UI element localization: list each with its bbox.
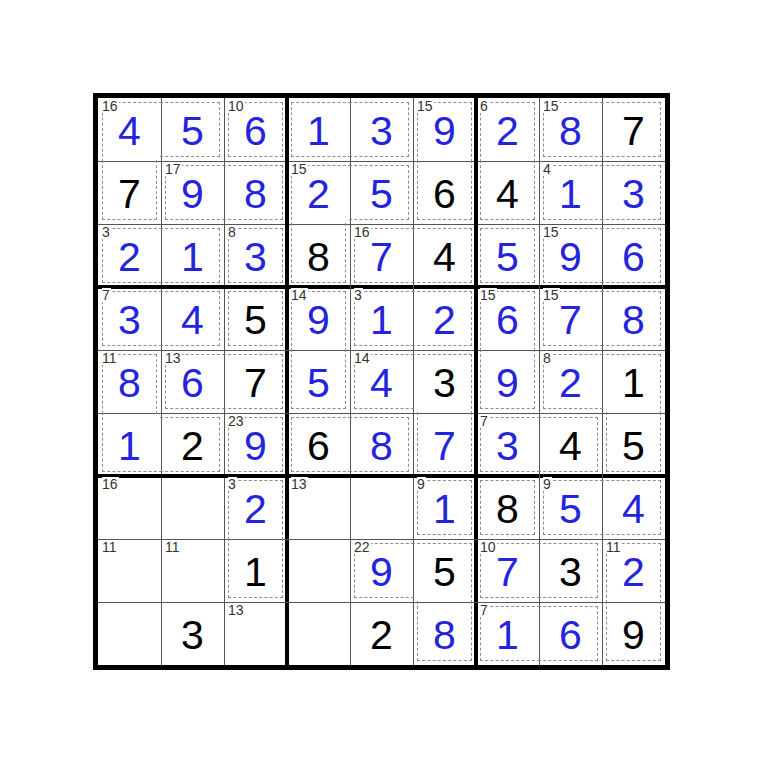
digit-entry: 8 <box>602 287 665 350</box>
digit-entry: 6 <box>602 224 665 287</box>
cell-r6c8[interactable]: 4 <box>539 413 602 476</box>
digit-entry: 8 <box>350 413 413 476</box>
cell-r4c3[interactable]: 5 <box>224 287 287 350</box>
cell-r4c4[interactable]: 914 <box>287 287 350 350</box>
digit-given: 1 <box>224 539 287 602</box>
cage-sum-label: 14 <box>354 351 371 365</box>
digit-given: 4 <box>413 224 476 287</box>
cage-sum-label: 17 <box>165 162 182 176</box>
cell-r7c7[interactable]: 8 <box>476 476 539 539</box>
cell-r8c7[interactable]: 710 <box>476 539 539 602</box>
cage-sum-label: 23 <box>228 414 245 428</box>
cell-r9c3[interactable]: 13 <box>224 602 287 665</box>
cell-r6c1[interactable]: 1 <box>98 413 161 476</box>
cell-r4c7[interactable]: 615 <box>476 287 539 350</box>
digit-given: 7 <box>98 161 161 224</box>
cell-r2c4[interactable]: 215 <box>287 161 350 224</box>
cage-sum-label: 15 <box>543 99 560 113</box>
cell-r9c8[interactable]: 6 <box>539 602 602 665</box>
cell-r3c1[interactable]: 23 <box>98 224 161 287</box>
digit-entry: 2 <box>413 287 476 350</box>
cage-sum-label: 14 <box>291 288 308 302</box>
cage-sum-label: 13 <box>291 477 308 491</box>
cell-r6c7[interactable]: 37 <box>476 413 539 476</box>
cage-sum-label: 16 <box>354 225 371 239</box>
cell-r5c4[interactable]: 5 <box>287 350 350 413</box>
cell-r4c5[interactable]: 13 <box>350 287 413 350</box>
cell-r6c3[interactable]: 923 <box>224 413 287 476</box>
cage-sum-label: 15 <box>417 99 434 113</box>
cage-sum-label: 9 <box>417 477 426 491</box>
digit-given: 4 <box>539 413 602 476</box>
cage-sum-label: 11 <box>102 540 118 554</box>
cell-r9c1[interactable] <box>98 602 161 665</box>
digit-given: 5 <box>413 539 476 602</box>
cage-sum-label: 10 <box>480 540 497 554</box>
cell-r8c4[interactable] <box>287 539 350 602</box>
digit-given: 3 <box>539 539 602 602</box>
cell-r8c3[interactable]: 1 <box>224 539 287 602</box>
cell-r8c9[interactable]: 211 <box>602 539 665 602</box>
cage-sum-label: 11 <box>102 351 118 365</box>
cell-r3c8[interactable]: 915 <box>539 224 602 287</box>
cell-r7c6[interactable]: 19 <box>413 476 476 539</box>
cell-r5c8[interactable]: 28 <box>539 350 602 413</box>
cage-sum-label: 15 <box>480 288 497 302</box>
cell-r5c7[interactable]: 9 <box>476 350 539 413</box>
cell-r5c9[interactable]: 1 <box>602 350 665 413</box>
cell-r3c3[interactable]: 38 <box>224 224 287 287</box>
cell-r2c1[interactable]: 7 <box>98 161 161 224</box>
digit-entry: 3 <box>602 161 665 224</box>
digit-entry: 5 <box>287 350 350 413</box>
cage-sum-label: 11 <box>606 540 622 554</box>
cell-r4c6[interactable]: 2 <box>413 287 476 350</box>
digit-entry: 4 <box>602 476 665 539</box>
cage-sum-label: 16 <box>102 99 119 113</box>
cell-r7c2[interactable] <box>161 476 224 539</box>
cell-r6c2[interactable]: 2 <box>161 413 224 476</box>
cage-sum-label: 6 <box>480 99 489 113</box>
digit-entry: 9 <box>476 350 539 413</box>
cell-r8c6[interactable]: 5 <box>413 539 476 602</box>
cell-r2c3[interactable]: 8 <box>224 161 287 224</box>
digit-given: 7 <box>224 350 287 413</box>
cell-r9c9[interactable]: 9 <box>602 602 665 665</box>
cell-r7c1[interactable]: 16 <box>98 476 161 539</box>
digit-given: 4 <box>476 161 539 224</box>
digit-given: 1 <box>602 350 665 413</box>
digit-entry: 1 <box>161 224 224 287</box>
digit-given: 6 <box>287 413 350 476</box>
cell-r9c5[interactable]: 2 <box>350 602 413 665</box>
cell-r3c5[interactable]: 716 <box>350 224 413 287</box>
cell-r2c7[interactable]: 4 <box>476 161 539 224</box>
cell-r8c1[interactable]: 11 <box>98 539 161 602</box>
cell-r4c2[interactable]: 4 <box>161 287 224 350</box>
digit-entry: 3 <box>350 98 413 161</box>
cage-sum-label: 13 <box>228 603 245 617</box>
cell-r6c6[interactable]: 7 <box>413 413 476 476</box>
cell-r1c6[interactable]: 915 <box>413 98 476 161</box>
cage-sum-label: 7 <box>102 288 111 302</box>
cell-r1c1[interactable]: 416 <box>98 98 161 161</box>
page: { "game": "killer-sudoku", "board": { "r… <box>0 0 760 760</box>
cage-sum-label: 15 <box>291 162 308 176</box>
digit-given: 9 <box>602 602 665 665</box>
digit-entry: 6 <box>539 602 602 665</box>
cell-r5c2[interactable]: 613 <box>161 350 224 413</box>
digit-entry: 1 <box>287 98 350 161</box>
cell-r3c2[interactable]: 1 <box>161 224 224 287</box>
digit-given: 2 <box>161 413 224 476</box>
digit-given: 2 <box>350 602 413 665</box>
digit-given: 6 <box>413 161 476 224</box>
cell-r7c9[interactable]: 4 <box>602 476 665 539</box>
cell-r1c7[interactable]: 26 <box>476 98 539 161</box>
cage-sum-label: 9 <box>543 477 552 491</box>
cell-r9c7[interactable]: 17 <box>476 602 539 665</box>
cell-r6c5[interactable]: 8 <box>350 413 413 476</box>
cell-r1c9[interactable]: 7 <box>602 98 665 161</box>
cell-r9c6[interactable]: 8 <box>413 602 476 665</box>
cage-sum-label: 10 <box>228 99 245 113</box>
cell-r2c2[interactable]: 917 <box>161 161 224 224</box>
cell-r1c5[interactable]: 3 <box>350 98 413 161</box>
digit-entry: 5 <box>350 161 413 224</box>
cell-r9c4[interactable] <box>287 602 350 665</box>
cell-r4c1[interactable]: 37 <box>98 287 161 350</box>
cell-r8c5[interactable]: 922 <box>350 539 413 602</box>
cage-sum-label: 13 <box>165 351 182 365</box>
cell-r6c4[interactable]: 6 <box>287 413 350 476</box>
cell-r7c8[interactable]: 59 <box>539 476 602 539</box>
cage-sum-label: 15 <box>543 225 560 239</box>
cell-r1c2[interactable]: 5 <box>161 98 224 161</box>
digit-given: 8 <box>476 476 539 539</box>
cell-r9c2[interactable]: 3 <box>161 602 224 665</box>
cage-sum-label: 3 <box>102 225 111 239</box>
digit-given: 3 <box>413 350 476 413</box>
digit-given: 3 <box>161 602 224 665</box>
cage-sum-label: 7 <box>480 603 489 617</box>
digit-given: 8 <box>287 224 350 287</box>
cage-sum-label: 3 <box>228 477 237 491</box>
cell-r7c5[interactable] <box>350 476 413 539</box>
digit-entry: 5 <box>476 224 539 287</box>
digit-entry: 4 <box>161 287 224 350</box>
cage-sum-label: 8 <box>543 351 552 365</box>
cell-r5c5[interactable]: 414 <box>350 350 413 413</box>
cell-r2c5[interactable]: 5 <box>350 161 413 224</box>
cell-r5c1[interactable]: 811 <box>98 350 161 413</box>
cell-r5c3[interactable]: 7 <box>224 350 287 413</box>
cell-r3c4[interactable]: 8 <box>287 224 350 287</box>
cell-r1c3[interactable]: 610 <box>224 98 287 161</box>
cell-r2c9[interactable]: 3 <box>602 161 665 224</box>
cage-sum-label: 7 <box>480 414 489 428</box>
cell-r8c2[interactable]: 11 <box>161 539 224 602</box>
digit-given: 7 <box>602 98 665 161</box>
cell-r3c9[interactable]: 6 <box>602 224 665 287</box>
cage-sum-label: 8 <box>228 225 237 239</box>
cage-sum-label: 16 <box>102 477 119 491</box>
cell-r3c6[interactable]: 4 <box>413 224 476 287</box>
cell-r7c4[interactable]: 13 <box>287 476 350 539</box>
cell-r2c8[interactable]: 14 <box>539 161 602 224</box>
digit-entry: 8 <box>224 161 287 224</box>
cell-r4c9[interactable]: 8 <box>602 287 665 350</box>
digit-entry: 7 <box>413 413 476 476</box>
cell-r6c9[interactable]: 5 <box>602 413 665 476</box>
cell-r5c6[interactable]: 3 <box>413 350 476 413</box>
cell-r8c8[interactable]: 3 <box>539 539 602 602</box>
cage-sum-label: 22 <box>354 540 371 554</box>
cage-sum-label: 15 <box>543 288 560 302</box>
cage-sum-label: 4 <box>543 162 552 176</box>
cell-r7c3[interactable]: 23 <box>224 476 287 539</box>
cell-r1c8[interactable]: 815 <box>539 98 602 161</box>
digit-entry: 8 <box>413 602 476 665</box>
digit-given: 5 <box>224 287 287 350</box>
killer-sudoku-board: 4165610139152681577917821556414323138871… <box>93 93 670 670</box>
cell-r4c8[interactable]: 715 <box>539 287 602 350</box>
cell-r3c7[interactable]: 5 <box>476 224 539 287</box>
cell-r1c4[interactable]: 1 <box>287 98 350 161</box>
digit-entry: 5 <box>161 98 224 161</box>
cage-sum-label: 3 <box>354 288 363 302</box>
cell-r2c6[interactable]: 6 <box>413 161 476 224</box>
cage-sum-label: 11 <box>165 540 181 554</box>
digit-given: 5 <box>602 413 665 476</box>
digit-entry: 1 <box>98 413 161 476</box>
